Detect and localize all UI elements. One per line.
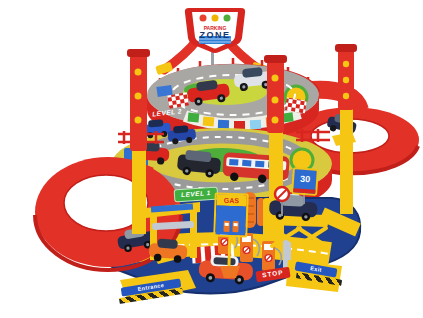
zone-text: ZONE: [199, 31, 230, 40]
playset-illustration: [0, 0, 423, 318]
speed-limit-value: 30: [299, 170, 310, 190]
fuel-pump-icon: [232, 221, 238, 232]
speed-sign-red-band: [293, 188, 315, 194]
speed-limit-sign: 30: [291, 167, 319, 196]
parking-zone-sign-text: PARKING ZONE: [190, 21, 240, 45]
product-photo-toy-parking-garage: PARKING ZONE LEVEL 2 LEVEL 1 30 STOP GAS…: [0, 0, 423, 318]
parking-bay-marking: [156, 85, 172, 97]
fuel-pump-icon: [223, 221, 229, 232]
gas-sign-pictogram: [215, 205, 246, 235]
gas-station-sign: GAS: [213, 192, 249, 237]
